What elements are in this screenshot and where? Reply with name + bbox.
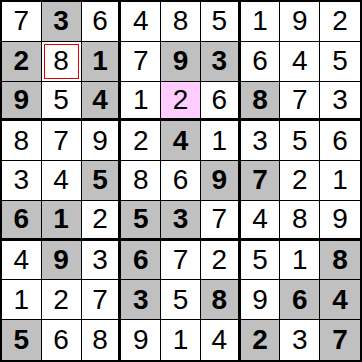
entered-digit: 6 xyxy=(211,86,227,114)
entered-digit: 6 xyxy=(332,127,348,155)
given-digit: 3 xyxy=(173,205,189,233)
given-digit: 3 xyxy=(133,286,149,314)
entered-digit: 6 xyxy=(173,166,189,194)
cell-r8c3[interactable]: 7 xyxy=(82,280,122,320)
given-digit: 4 xyxy=(173,127,189,155)
entered-digit: 1 xyxy=(252,7,268,35)
cell-r3c7: 8 xyxy=(241,82,281,122)
cell-r3c5[interactable]: 2 xyxy=(161,82,201,122)
entered-digit: 5 xyxy=(53,86,69,114)
cell-r9c8[interactable]: 3 xyxy=(280,320,320,360)
cell-r7c7[interactable]: 5 xyxy=(241,241,281,281)
given-digit: 8 xyxy=(332,246,348,274)
entered-digit: 7 xyxy=(92,286,108,314)
entered-digit: 9 xyxy=(332,205,348,233)
cell-r2c7[interactable]: 6 xyxy=(241,42,281,82)
cell-r8c6: 8 xyxy=(201,280,241,320)
cell-r2c9[interactable]: 5 xyxy=(320,42,360,82)
cell-r6c5: 3 xyxy=(161,201,201,241)
entered-digit: 4 xyxy=(53,166,69,194)
cell-r9c3[interactable]: 8 xyxy=(82,320,122,360)
entered-digit: 2 xyxy=(211,246,227,274)
entered-digit: 1 xyxy=(211,127,227,155)
given-digit: 5 xyxy=(14,326,30,354)
cell-r2c3: 1 xyxy=(82,42,122,82)
entered-digit: 2 xyxy=(332,7,348,35)
given-digit: 7 xyxy=(252,166,268,194)
cell-r4c3[interactable]: 9 xyxy=(82,121,122,161)
given-digit: 5 xyxy=(92,166,108,194)
cell-r8c8: 6 xyxy=(280,280,320,320)
entered-digit: 2 xyxy=(53,286,69,314)
cell-r3c6[interactable]: 6 xyxy=(201,82,241,122)
entered-digit: 7 xyxy=(14,7,30,35)
cell-r7c3[interactable]: 3 xyxy=(82,241,122,281)
entered-digit: 8 xyxy=(14,127,30,155)
entered-digit: 8 xyxy=(53,47,69,75)
cell-r1c4[interactable]: 4 xyxy=(121,2,161,42)
given-digit: 9 xyxy=(14,86,30,114)
entered-digit: 5 xyxy=(292,127,308,155)
cell-r5c1[interactable]: 3 xyxy=(2,161,42,201)
cell-r2c1: 2 xyxy=(2,42,42,82)
entered-digit: 7 xyxy=(211,205,227,233)
cell-r5c7: 7 xyxy=(241,161,281,201)
entered-digit: 1 xyxy=(332,166,348,194)
cell-r4c8[interactable]: 5 xyxy=(280,121,320,161)
cell-r2c4[interactable]: 7 xyxy=(121,42,161,82)
entered-digit: 3 xyxy=(92,246,108,274)
entered-digit: 9 xyxy=(92,127,108,155)
cell-r8c4: 3 xyxy=(121,280,161,320)
entered-digit: 5 xyxy=(252,246,268,274)
cell-r7c8[interactable]: 1 xyxy=(280,241,320,281)
entered-digit: 8 xyxy=(173,7,189,35)
cell-r7c6[interactable]: 2 xyxy=(201,241,241,281)
cell-r4c4[interactable]: 2 xyxy=(121,121,161,161)
entered-digit: 3 xyxy=(292,326,308,354)
given-digit: 4 xyxy=(92,86,108,114)
cell-r5c5[interactable]: 6 xyxy=(161,161,201,201)
entered-digit: 6 xyxy=(252,47,268,75)
cell-r6c7[interactable]: 4 xyxy=(241,201,281,241)
cell-r1c7[interactable]: 1 xyxy=(241,2,281,42)
given-digit: 1 xyxy=(53,205,69,233)
given-digit: 1 xyxy=(92,47,108,75)
entered-digit: 9 xyxy=(133,326,149,354)
entered-digit: 4 xyxy=(292,47,308,75)
cell-r4c5: 4 xyxy=(161,121,201,161)
cell-r3c2[interactable]: 5 xyxy=(42,82,82,122)
cell-r8c9: 4 xyxy=(320,280,360,320)
entered-digit: 4 xyxy=(14,246,30,274)
cell-r1c5[interactable]: 8 xyxy=(161,2,201,42)
entered-digit: 8 xyxy=(292,205,308,233)
cell-r5c8[interactable]: 2 xyxy=(280,161,320,201)
cell-r1c1[interactable]: 7 xyxy=(2,2,42,42)
cell-r5c2[interactable]: 4 xyxy=(42,161,82,201)
cell-r8c7[interactable]: 9 xyxy=(241,280,281,320)
cell-r6c6[interactable]: 7 xyxy=(201,201,241,241)
entered-digit: 9 xyxy=(292,7,308,35)
entered-digit: 2 xyxy=(292,166,308,194)
entered-digit: 3 xyxy=(14,166,30,194)
entered-digit: 5 xyxy=(173,286,189,314)
cell-r3c3: 4 xyxy=(82,82,122,122)
cell-r1c3[interactable]: 6 xyxy=(82,2,122,42)
cell-r7c9: 8 xyxy=(320,241,360,281)
cell-r5c9[interactable]: 1 xyxy=(320,161,360,201)
given-digit: 9 xyxy=(53,246,69,274)
cell-r6c3[interactable]: 2 xyxy=(82,201,122,241)
cell-r1c2: 3 xyxy=(42,2,82,42)
cell-r2c8[interactable]: 4 xyxy=(280,42,320,82)
entered-digit: 1 xyxy=(173,326,189,354)
cell-r9c6[interactable]: 4 xyxy=(201,320,241,360)
given-digit: 8 xyxy=(211,286,227,314)
given-digit: 3 xyxy=(211,47,227,75)
cell-r6c9[interactable]: 9 xyxy=(320,201,360,241)
cell-r9c7: 2 xyxy=(241,320,281,360)
given-digit: 9 xyxy=(211,166,227,194)
cell-r4c6[interactable]: 1 xyxy=(201,121,241,161)
cell-r8c2[interactable]: 2 xyxy=(42,280,82,320)
cell-r6c1: 6 xyxy=(2,201,42,241)
cell-r2c5: 9 xyxy=(161,42,201,82)
cell-r7c4: 6 xyxy=(121,241,161,281)
cell-r6c4: 5 xyxy=(121,201,161,241)
entered-digit: 5 xyxy=(332,47,348,75)
given-digit: 3 xyxy=(53,7,69,35)
cell-r8c1[interactable]: 1 xyxy=(2,280,42,320)
given-digit: 2 xyxy=(252,326,268,354)
given-digit: 7 xyxy=(332,326,348,354)
cell-r7c2: 9 xyxy=(42,241,82,281)
cell-r9c4[interactable]: 9 xyxy=(121,320,161,360)
cell-r7c5[interactable]: 7 xyxy=(161,241,201,281)
cell-r9c1: 5 xyxy=(2,320,42,360)
cell-r9c5[interactable]: 1 xyxy=(161,320,201,360)
given-digit: 6 xyxy=(292,286,308,314)
cell-r8c5[interactable]: 5 xyxy=(161,280,201,320)
sudoku-board: 7364851922817936459541268738792413563458… xyxy=(0,0,362,362)
cell-r9c2[interactable]: 6 xyxy=(42,320,82,360)
entered-digit: 7 xyxy=(133,47,149,75)
cell-r4c7[interactable]: 3 xyxy=(241,121,281,161)
entered-digit: 9 xyxy=(252,286,268,314)
entered-digit: 7 xyxy=(292,86,308,114)
entered-digit: 7 xyxy=(53,127,69,155)
cell-r3c4[interactable]: 1 xyxy=(121,82,161,122)
cell-r4c2[interactable]: 7 xyxy=(42,121,82,161)
entered-digit: 7 xyxy=(173,246,189,274)
cell-r7c1[interactable]: 4 xyxy=(2,241,42,281)
cell-r1c6[interactable]: 5 xyxy=(201,2,241,42)
entered-digit: 8 xyxy=(92,326,108,354)
entered-digit: 2 xyxy=(173,86,189,114)
given-digit: 9 xyxy=(173,47,189,75)
cell-r5c4[interactable]: 8 xyxy=(121,161,161,201)
cell-r3c9[interactable]: 3 xyxy=(320,82,360,122)
entered-digit: 1 xyxy=(133,86,149,114)
entered-digit: 4 xyxy=(211,326,227,354)
given-digit: 2 xyxy=(14,47,30,75)
entered-digit: 8 xyxy=(133,166,149,194)
given-digit: 6 xyxy=(133,246,149,274)
entered-digit: 6 xyxy=(53,326,69,354)
entered-digit: 2 xyxy=(133,127,149,155)
entered-digit: 2 xyxy=(92,205,108,233)
cell-r5c6: 9 xyxy=(201,161,241,201)
cell-r3c8[interactable]: 7 xyxy=(280,82,320,122)
entered-digit: 1 xyxy=(292,246,308,274)
entered-digit: 4 xyxy=(133,7,149,35)
cell-r2c2[interactable]: 8 xyxy=(42,42,82,82)
cell-r9c9: 7 xyxy=(320,320,360,360)
cell-r2c6: 3 xyxy=(201,42,241,82)
cell-r1c9[interactable]: 2 xyxy=(320,2,360,42)
entered-digit: 3 xyxy=(252,127,268,155)
entered-digit: 3 xyxy=(332,86,348,114)
entered-digit: 5 xyxy=(211,7,227,35)
given-digit: 8 xyxy=(252,86,268,114)
cell-r6c2: 1 xyxy=(42,201,82,241)
cell-r4c1[interactable]: 8 xyxy=(2,121,42,161)
cell-r3c1: 9 xyxy=(2,82,42,122)
cell-r5c3: 5 xyxy=(82,161,122,201)
entered-digit: 6 xyxy=(92,7,108,35)
cell-r1c8[interactable]: 9 xyxy=(280,2,320,42)
entered-digit: 4 xyxy=(252,205,268,233)
entered-digit: 1 xyxy=(14,286,30,314)
given-digit: 5 xyxy=(133,205,149,233)
cell-r6c8[interactable]: 8 xyxy=(280,201,320,241)
cell-r4c9[interactable]: 6 xyxy=(320,121,360,161)
given-digit: 6 xyxy=(14,205,30,233)
given-digit: 4 xyxy=(332,286,348,314)
